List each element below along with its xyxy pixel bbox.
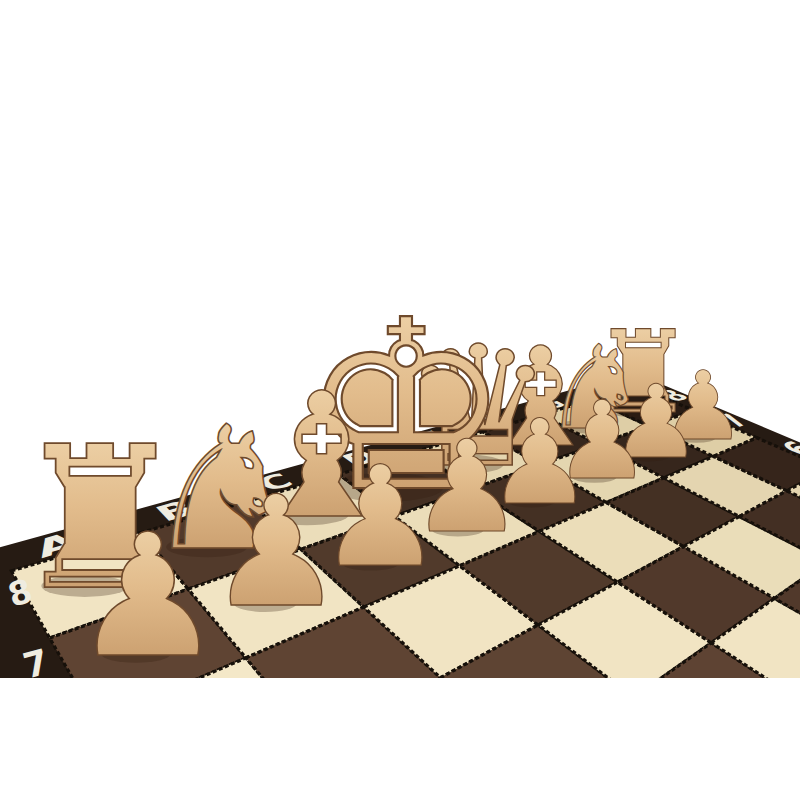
photo-crop-bottom [0, 678, 800, 800]
piece-white-pawn-a7: ♟ [72, 497, 224, 695]
chessboard: ABCDEFGH876587♜♟♞♟♝♟♛♟♚♟♝♟♞♟♜♟ [0, 0, 800, 800]
wooden-chess-set-photo: ABCDEFGH876587♜♟♞♟♝♟♛♟♚♟♝♟♞♟♜♟ [0, 0, 800, 800]
piece-white-pawn-b7: ♟ [208, 463, 345, 641]
